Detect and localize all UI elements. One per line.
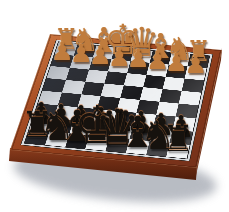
piece-black-rook[interactable]: ♜ bbox=[160, 121, 196, 157]
chess-set-photo: ♜♞♝♚♛♝♞♜♟♟♟♟♟♟♟♟♟♟♟♟♟♟♟♟♜♞♝♚♛♝♞♜ bbox=[0, 0, 229, 212]
piece-white-pawn[interactable]: ♟ bbox=[183, 52, 209, 78]
pieces-layer: ♜♞♝♚♛♝♞♜♟♟♟♟♟♟♟♟♟♟♟♟♟♟♟♟♜♞♝♚♛♝♞♜ bbox=[0, 0, 229, 212]
